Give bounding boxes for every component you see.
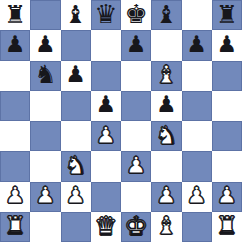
square-h1[interactable]: ♜ [212, 212, 242, 242]
square-h8[interactable]: ♜ [212, 0, 242, 30]
white-knight-icon[interactable]: ♞ [64, 153, 86, 178]
black-pawn-icon[interactable]: ♟ [126, 33, 147, 56]
square-g8[interactable] [182, 0, 212, 30]
square-b5[interactable] [30, 91, 60, 121]
black-pawn-icon[interactable]: ♟ [96, 93, 117, 116]
square-f7[interactable] [151, 30, 181, 60]
square-d6[interactable] [91, 61, 121, 91]
square-f3[interactable] [151, 151, 181, 181]
square-c6[interactable]: ♟ [61, 61, 91, 91]
square-h6[interactable] [212, 61, 242, 91]
white-queen-icon[interactable]: ♛ [94, 213, 117, 239]
square-c7[interactable] [61, 30, 91, 60]
chess-board: ♜♝♛♚♝♜♟♟♟♟♟♞♟♝♟♟♟♞♞♟♟♟♟♟♟♟♜♛♚♝♜ [0, 0, 242, 242]
white-pawn-icon[interactable]: ♟ [96, 124, 117, 147]
square-b3[interactable] [30, 151, 60, 181]
square-b2[interactable]: ♟ [30, 182, 60, 212]
square-e5[interactable] [121, 91, 151, 121]
square-c8[interactable]: ♝ [61, 0, 91, 30]
square-d1[interactable]: ♛ [91, 212, 121, 242]
white-bishop-icon[interactable]: ♝ [155, 62, 177, 87]
square-d2[interactable] [91, 182, 121, 212]
square-h5[interactable] [212, 91, 242, 121]
square-e2[interactable] [121, 182, 151, 212]
square-f6[interactable]: ♝ [151, 61, 181, 91]
square-e7[interactable]: ♟ [121, 30, 151, 60]
square-d4[interactable]: ♟ [91, 121, 121, 151]
square-c2[interactable]: ♟ [61, 182, 91, 212]
square-f2[interactable]: ♟ [151, 182, 181, 212]
square-f8[interactable]: ♝ [151, 0, 181, 30]
square-h4[interactable] [212, 121, 242, 151]
square-f1[interactable]: ♝ [151, 212, 181, 242]
square-h2[interactable]: ♟ [212, 182, 242, 212]
square-g7[interactable]: ♟ [182, 30, 212, 60]
square-d3[interactable] [91, 151, 121, 181]
square-e8[interactable]: ♚ [121, 0, 151, 30]
square-a1[interactable]: ♜ [0, 212, 30, 242]
black-pawn-icon[interactable]: ♟ [156, 93, 177, 116]
black-rook-icon[interactable]: ♜ [4, 2, 26, 27]
square-c5[interactable] [61, 91, 91, 121]
square-b7[interactable]: ♟ [30, 30, 60, 60]
white-pawn-icon[interactable]: ♟ [35, 184, 56, 207]
black-pawn-icon[interactable]: ♟ [217, 33, 238, 56]
square-g4[interactable] [182, 121, 212, 151]
square-g6[interactable] [182, 61, 212, 91]
square-c3[interactable]: ♞ [61, 151, 91, 181]
square-g3[interactable] [182, 151, 212, 181]
square-a3[interactable] [0, 151, 30, 181]
square-c4[interactable] [61, 121, 91, 151]
square-h7[interactable]: ♟ [212, 30, 242, 60]
square-g1[interactable] [182, 212, 212, 242]
black-pawn-icon[interactable]: ♟ [5, 33, 26, 56]
black-rook-icon[interactable]: ♜ [216, 2, 238, 27]
square-a2[interactable]: ♟ [0, 182, 30, 212]
square-e4[interactable] [121, 121, 151, 151]
black-pawn-icon[interactable]: ♟ [35, 33, 56, 56]
white-king-icon[interactable]: ♚ [124, 213, 147, 239]
square-b6[interactable]: ♞ [30, 61, 60, 91]
white-rook-icon[interactable]: ♜ [216, 213, 238, 238]
white-pawn-icon[interactable]: ♟ [156, 184, 177, 207]
square-e3[interactable]: ♟ [121, 151, 151, 181]
square-e1[interactable]: ♚ [121, 212, 151, 242]
white-pawn-icon[interactable]: ♟ [65, 184, 86, 207]
black-pawn-icon[interactable]: ♟ [65, 63, 86, 86]
square-d7[interactable] [91, 30, 121, 60]
square-d8[interactable]: ♛ [91, 0, 121, 30]
square-b1[interactable] [30, 212, 60, 242]
black-bishop-icon[interactable]: ♝ [64, 2, 86, 27]
square-g2[interactable]: ♟ [182, 182, 212, 212]
white-pawn-icon[interactable]: ♟ [126, 154, 147, 177]
square-b4[interactable] [30, 121, 60, 151]
black-knight-icon[interactable]: ♞ [34, 62, 56, 87]
black-king-icon[interactable]: ♚ [124, 1, 147, 27]
black-bishop-icon[interactable]: ♝ [155, 2, 177, 27]
square-f5[interactable]: ♟ [151, 91, 181, 121]
white-pawn-icon[interactable]: ♟ [217, 184, 238, 207]
square-e6[interactable] [121, 61, 151, 91]
white-bishop-icon[interactable]: ♝ [155, 213, 177, 238]
white-pawn-icon[interactable]: ♟ [5, 184, 26, 207]
white-pawn-icon[interactable]: ♟ [186, 184, 207, 207]
square-a7[interactable]: ♟ [0, 30, 30, 60]
square-d5[interactable]: ♟ [91, 91, 121, 121]
square-h3[interactable] [212, 151, 242, 181]
square-a8[interactable]: ♜ [0, 0, 30, 30]
square-b8[interactable] [30, 0, 60, 30]
white-knight-icon[interactable]: ♞ [155, 123, 177, 148]
square-a6[interactable] [0, 61, 30, 91]
white-rook-icon[interactable]: ♜ [4, 213, 26, 238]
square-a4[interactable] [0, 121, 30, 151]
square-g5[interactable] [182, 91, 212, 121]
square-c1[interactable] [61, 212, 91, 242]
square-f4[interactable]: ♞ [151, 121, 181, 151]
black-queen-icon[interactable]: ♛ [94, 1, 117, 27]
black-pawn-icon[interactable]: ♟ [186, 33, 207, 56]
square-a5[interactable] [0, 91, 30, 121]
